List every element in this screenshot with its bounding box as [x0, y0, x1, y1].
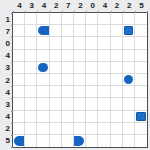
cell-r11c9[interactable]	[111, 135, 123, 147]
col-clue-9: 2	[111, 0, 123, 12]
cell-r5c3[interactable]	[37, 62, 49, 74]
col-clue-1: 4	[14, 0, 26, 12]
cell-r8c1[interactable]	[13, 98, 25, 110]
cell-r5c1[interactable]	[13, 62, 25, 74]
cell-r8c6[interactable]	[74, 98, 86, 110]
cell-r7c7[interactable]	[86, 86, 98, 98]
cell-r11c7[interactable]	[86, 135, 98, 147]
cell-r1c2[interactable]	[25, 13, 37, 25]
submarine-piece	[38, 63, 47, 72]
cell-r6c6[interactable]	[74, 74, 86, 86]
cell-r2c1[interactable]	[13, 25, 25, 37]
cell-r11c8[interactable]	[98, 135, 110, 147]
cell-r3c3[interactable]	[37, 37, 49, 49]
col-tick-mark	[86, 11, 87, 14]
col-clue-8: 4	[99, 0, 111, 12]
col-clue-2: 3	[26, 0, 38, 12]
cell-r10c6[interactable]	[74, 123, 86, 135]
cell-r4c9[interactable]	[111, 50, 123, 62]
row-clue-8: 3	[0, 99, 12, 111]
cell-r1c6[interactable]	[74, 13, 86, 25]
cell-r8c2[interactable]	[25, 98, 37, 110]
cell-r1c7[interactable]	[86, 13, 98, 25]
cell-r1c4[interactable]	[50, 13, 62, 25]
ship-right-end-piece	[74, 136, 84, 146]
col-tick-mark	[111, 11, 112, 14]
cell-r9c5[interactable]	[62, 111, 74, 123]
cell-r7c1[interactable]	[13, 86, 25, 98]
col-clue-3: 4	[38, 0, 50, 12]
cell-r3c2[interactable]	[25, 37, 37, 49]
cell-r8c5[interactable]	[62, 98, 74, 110]
cell-r10c4[interactable]	[50, 123, 62, 135]
cell-r9c11[interactable]	[135, 111, 147, 123]
col-tick-mark	[135, 11, 136, 14]
col-clue-11: 5	[135, 0, 147, 12]
row-clue-9: 4	[0, 111, 12, 123]
cell-r11c4[interactable]	[50, 135, 62, 147]
cell-r11c2[interactable]	[25, 135, 37, 147]
cell-r3c6[interactable]	[74, 37, 86, 49]
col-clue-5: 7	[62, 0, 74, 12]
cell-r8c10[interactable]	[123, 98, 135, 110]
cell-r6c10[interactable]	[123, 74, 135, 86]
cell-r8c11[interactable]	[135, 98, 147, 110]
cell-r3c7[interactable]	[86, 37, 98, 49]
cell-r10c5[interactable]	[62, 123, 74, 135]
row-clue-10: 2	[0, 123, 12, 135]
cell-r10c10[interactable]	[123, 123, 135, 135]
row-tick-mark	[11, 123, 14, 124]
cell-r1c10[interactable]	[123, 13, 135, 25]
cell-r7c10[interactable]	[123, 86, 135, 98]
cell-r11c10[interactable]	[123, 135, 135, 147]
cell-r11c3[interactable]	[37, 135, 49, 147]
cell-r5c4[interactable]	[50, 62, 62, 74]
ship-left-end-piece	[38, 26, 48, 35]
cell-r3c10[interactable]	[123, 37, 135, 49]
row-tick-mark	[11, 147, 14, 148]
row-tick-mark	[11, 37, 14, 38]
cell-r4c1[interactable]	[13, 50, 25, 62]
cell-r5c2[interactable]	[25, 62, 37, 74]
cell-r9c3[interactable]	[37, 111, 49, 123]
cell-r4c11[interactable]	[135, 50, 147, 62]
cell-r9c9[interactable]	[111, 111, 123, 123]
cell-r6c9[interactable]	[111, 74, 123, 86]
row-clue-11: 5	[0, 135, 12, 147]
cell-r6c11[interactable]	[135, 74, 147, 86]
cell-r2c8[interactable]	[98, 25, 110, 37]
cell-r4c10[interactable]	[123, 50, 135, 62]
col-tick-mark	[123, 11, 124, 14]
col-tick-mark	[62, 11, 63, 14]
cell-r6c2[interactable]	[25, 74, 37, 86]
row-tick-mark	[11, 86, 14, 87]
col-tick-mark	[13, 11, 14, 14]
cell-r3c1[interactable]	[13, 37, 25, 49]
col-tick-mark	[74, 11, 75, 14]
col-tick-mark	[147, 11, 148, 14]
cell-r10c9[interactable]	[111, 123, 123, 135]
cell-r6c8[interactable]	[98, 74, 110, 86]
cell-r2c6[interactable]	[74, 25, 86, 37]
row-clue-6: 2	[0, 74, 12, 86]
col-tick-mark	[50, 11, 51, 14]
cell-r2c9[interactable]	[111, 25, 123, 37]
cell-r7c11[interactable]	[135, 86, 147, 98]
cell-r3c9[interactable]	[111, 37, 123, 49]
cell-r7c8[interactable]	[98, 86, 110, 98]
cell-r3c11[interactable]	[135, 37, 147, 49]
col-clue-7: 0	[87, 0, 99, 12]
row-clue-2: 7	[0, 26, 12, 38]
cell-r3c4[interactable]	[50, 37, 62, 49]
row-clues: 17043243425	[0, 14, 12, 148]
column-clues: 43427204225	[14, 0, 148, 12]
col-clue-10: 2	[123, 0, 135, 12]
cell-r9c6[interactable]	[74, 111, 86, 123]
cell-r9c1[interactable]	[13, 111, 25, 123]
ship-middle-piece	[136, 112, 146, 121]
cell-r11c1[interactable]	[13, 135, 25, 147]
row-clue-1: 1	[0, 14, 12, 26]
cell-r5c10[interactable]	[123, 62, 135, 74]
cell-r11c6[interactable]	[74, 135, 86, 147]
row-tick-mark	[11, 111, 14, 112]
cell-r1c3[interactable]	[37, 13, 49, 25]
board	[12, 12, 148, 148]
row-tick-mark	[11, 50, 14, 51]
row-tick-mark	[11, 135, 14, 136]
cell-r8c4[interactable]	[50, 98, 62, 110]
row-clue-7: 4	[0, 87, 12, 99]
row-clue-3: 0	[0, 38, 12, 50]
cell-r11c5[interactable]	[62, 135, 74, 147]
cell-r4c4[interactable]	[50, 50, 62, 62]
row-tick-mark	[11, 13, 14, 14]
cell-r4c2[interactable]	[25, 50, 37, 62]
row-clue-5: 3	[0, 62, 12, 74]
cell-r7c6[interactable]	[74, 86, 86, 98]
cell-r8c7[interactable]	[86, 98, 98, 110]
cell-r10c7[interactable]	[86, 123, 98, 135]
ship-left-end-piece	[14, 136, 24, 146]
cell-r6c3[interactable]	[37, 74, 49, 86]
cell-r9c2[interactable]	[25, 111, 37, 123]
cell-r1c5[interactable]	[62, 13, 74, 25]
col-clue-6: 2	[74, 0, 86, 12]
ship-middle-piece	[124, 26, 133, 35]
cell-r4c5[interactable]	[62, 50, 74, 62]
cell-r3c8[interactable]	[98, 37, 110, 49]
cell-r10c3[interactable]	[37, 123, 49, 135]
col-clue-4: 2	[50, 0, 62, 12]
cell-r2c11[interactable]	[135, 25, 147, 37]
row-tick-mark	[11, 98, 14, 99]
cell-r5c6[interactable]	[74, 62, 86, 74]
cell-r4c3[interactable]	[37, 50, 49, 62]
cell-r1c9[interactable]	[111, 13, 123, 25]
cell-r9c10[interactable]	[123, 111, 135, 123]
cell-r2c2[interactable]	[25, 25, 37, 37]
row-tick-mark	[11, 74, 14, 75]
cell-r9c4[interactable]	[50, 111, 62, 123]
cell-r6c7[interactable]	[86, 74, 98, 86]
cell-r5c5[interactable]	[62, 62, 74, 74]
cell-r6c5[interactable]	[62, 74, 74, 86]
row-clue-4: 4	[0, 50, 12, 62]
submarine-piece	[124, 75, 133, 84]
cell-r5c11[interactable]	[135, 62, 147, 74]
battleship-puzzle: 43427204225 17043243425	[0, 0, 150, 150]
cell-r10c8[interactable]	[98, 123, 110, 135]
cell-r7c2[interactable]	[25, 86, 37, 98]
cell-r1c11[interactable]	[135, 13, 147, 25]
cell-r6c4[interactable]	[50, 74, 62, 86]
cell-r2c3[interactable]	[37, 25, 49, 37]
col-tick-mark	[37, 11, 38, 14]
cell-r5c7[interactable]	[86, 62, 98, 74]
cell-r7c3[interactable]	[37, 86, 49, 98]
cell-r2c5[interactable]	[62, 25, 74, 37]
cell-r10c2[interactable]	[25, 123, 37, 135]
cell-r11c11[interactable]	[135, 135, 147, 147]
cell-r1c8[interactable]	[98, 13, 110, 25]
cell-r9c8[interactable]	[98, 111, 110, 123]
cell-r8c8[interactable]	[98, 98, 110, 110]
cell-r7c9[interactable]	[111, 86, 123, 98]
cell-r2c4[interactable]	[50, 25, 62, 37]
cell-r8c3[interactable]	[37, 98, 49, 110]
cell-r7c5[interactable]	[62, 86, 74, 98]
cell-r5c9[interactable]	[111, 62, 123, 74]
cell-r9c7[interactable]	[86, 111, 98, 123]
cell-r8c9[interactable]	[111, 98, 123, 110]
cell-r4c8[interactable]	[98, 50, 110, 62]
cell-r6c1[interactable]	[13, 74, 25, 86]
cell-r2c10[interactable]	[123, 25, 135, 37]
cell-r10c1[interactable]	[13, 123, 25, 135]
row-tick-mark	[11, 25, 14, 26]
cell-r4c7[interactable]	[86, 50, 98, 62]
cell-r5c8[interactable]	[98, 62, 110, 74]
cell-r4c6[interactable]	[74, 50, 86, 62]
col-tick-mark	[98, 11, 99, 14]
cell-r2c7[interactable]	[86, 25, 98, 37]
cell-r1c1[interactable]	[13, 13, 25, 25]
col-tick-mark	[25, 11, 26, 14]
cell-r7c4[interactable]	[50, 86, 62, 98]
cell-r3c5[interactable]	[62, 37, 74, 49]
row-tick-mark	[11, 62, 14, 63]
cell-r10c11[interactable]	[135, 123, 147, 135]
